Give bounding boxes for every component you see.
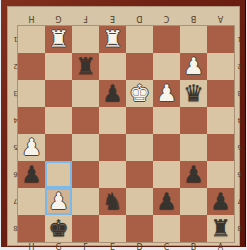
square-e7[interactable]: ♞ bbox=[99, 188, 126, 215]
rank-label-right-2: 2 bbox=[235, 53, 244, 80]
rank-label-right-8: 8 bbox=[235, 215, 244, 242]
square-h3[interactable] bbox=[18, 80, 45, 107]
square-c1[interactable] bbox=[153, 26, 180, 53]
black-knight[interactable]: ♞ bbox=[102, 188, 123, 215]
square-f3[interactable] bbox=[72, 80, 99, 107]
square-e3[interactable]: ♟ bbox=[99, 80, 126, 107]
rank-label-right-5: 5 bbox=[235, 134, 244, 161]
square-c5[interactable] bbox=[153, 134, 180, 161]
square-e4[interactable] bbox=[99, 107, 126, 134]
file-label-top-e: E bbox=[99, 12, 126, 25]
square-a2[interactable] bbox=[207, 53, 234, 80]
square-e5[interactable] bbox=[99, 134, 126, 161]
rank-label-right-3: 3 bbox=[235, 80, 244, 107]
square-h2[interactable] bbox=[18, 53, 45, 80]
square-h1[interactable] bbox=[18, 26, 45, 53]
black-pawn[interactable]: ♟ bbox=[156, 188, 177, 215]
square-c8[interactable] bbox=[153, 215, 180, 242]
square-b1[interactable] bbox=[180, 26, 207, 53]
file-label-top-a: A bbox=[207, 12, 234, 25]
square-c6[interactable] bbox=[153, 161, 180, 188]
chess-board: ♜♜♜♟♟♚♟♛♟♟♟♟♞♟♟♚♜ bbox=[18, 26, 234, 242]
square-b4[interactable] bbox=[180, 107, 207, 134]
board-panel: HGFEDCBA HGFEDCBA 12345678 12345678 ♜♜♜♟… bbox=[7, 6, 240, 246]
square-g2[interactable] bbox=[45, 53, 72, 80]
page-background: HGFEDCBA HGFEDCBA 12345678 12345678 ♜♜♜♟… bbox=[0, 0, 247, 250]
square-g6[interactable] bbox=[45, 161, 72, 188]
file-label-top-b: B bbox=[180, 12, 207, 25]
square-h7[interactable] bbox=[18, 188, 45, 215]
square-a7[interactable]: ♟ bbox=[207, 188, 234, 215]
square-d8[interactable] bbox=[126, 215, 153, 242]
white-rook[interactable]: ♜ bbox=[102, 26, 123, 53]
rank-label-right-6: 6 bbox=[235, 161, 244, 188]
white-pawn[interactable]: ♟ bbox=[156, 80, 177, 107]
file-label-bottom-g: G bbox=[45, 242, 72, 250]
square-g7[interactable]: ♟ bbox=[45, 188, 72, 215]
white-pawn[interactable]: ♟ bbox=[21, 134, 42, 161]
square-f4[interactable] bbox=[72, 107, 99, 134]
black-queen[interactable]: ♛ bbox=[183, 80, 204, 107]
file-label-bottom-b: B bbox=[180, 242, 207, 250]
white-pawn[interactable]: ♟ bbox=[183, 53, 204, 80]
black-rook[interactable]: ♜ bbox=[210, 215, 231, 242]
square-f2[interactable]: ♜ bbox=[72, 53, 99, 80]
square-e8[interactable] bbox=[99, 215, 126, 242]
rank-labels-right: 12345678 bbox=[235, 26, 244, 242]
file-label-top-f: F bbox=[72, 12, 99, 25]
rank-label-right-4: 4 bbox=[235, 107, 244, 134]
square-b5[interactable] bbox=[180, 134, 207, 161]
square-a8[interactable]: ♜ bbox=[207, 215, 234, 242]
square-d3[interactable]: ♚ bbox=[126, 80, 153, 107]
square-b2[interactable]: ♟ bbox=[180, 53, 207, 80]
file-label-bottom-d: D bbox=[126, 242, 153, 250]
square-f5[interactable] bbox=[72, 134, 99, 161]
file-labels-top: HGFEDCBA bbox=[18, 12, 234, 25]
square-c7[interactable]: ♟ bbox=[153, 188, 180, 215]
rank-label-right-7: 7 bbox=[235, 188, 244, 215]
square-d5[interactable] bbox=[126, 134, 153, 161]
file-label-top-d: D bbox=[126, 12, 153, 25]
file-label-bottom-c: C bbox=[153, 242, 180, 250]
square-a4[interactable] bbox=[207, 107, 234, 134]
square-d4[interactable] bbox=[126, 107, 153, 134]
square-d2[interactable] bbox=[126, 53, 153, 80]
square-g5[interactable] bbox=[45, 134, 72, 161]
square-c4[interactable] bbox=[153, 107, 180, 134]
square-c3[interactable]: ♟ bbox=[153, 80, 180, 107]
square-h5[interactable]: ♟ bbox=[18, 134, 45, 161]
black-pawn[interactable]: ♟ bbox=[210, 188, 231, 215]
file-label-top-g: G bbox=[45, 12, 72, 25]
square-g1[interactable]: ♜ bbox=[45, 26, 72, 53]
square-g4[interactable] bbox=[45, 107, 72, 134]
square-b7[interactable] bbox=[180, 188, 207, 215]
square-a3[interactable] bbox=[207, 80, 234, 107]
black-pawn[interactable]: ♟ bbox=[102, 80, 123, 107]
white-rook[interactable]: ♜ bbox=[48, 26, 69, 53]
file-label-top-h: H bbox=[18, 12, 45, 25]
square-e6[interactable] bbox=[99, 161, 126, 188]
square-b8[interactable] bbox=[180, 215, 207, 242]
white-pawn[interactable]: ♟ bbox=[48, 188, 69, 215]
square-b6[interactable]: ♟ bbox=[180, 161, 207, 188]
square-d7[interactable] bbox=[126, 188, 153, 215]
square-a6[interactable] bbox=[207, 161, 234, 188]
black-rook[interactable]: ♜ bbox=[75, 53, 96, 80]
rank-label-right-1: 1 bbox=[235, 26, 244, 53]
square-e2[interactable] bbox=[99, 53, 126, 80]
file-label-bottom-f: F bbox=[72, 242, 99, 250]
square-d6[interactable] bbox=[126, 161, 153, 188]
square-b3[interactable]: ♛ bbox=[180, 80, 207, 107]
white-king[interactable]: ♚ bbox=[129, 80, 150, 107]
file-label-bottom-a: A bbox=[207, 242, 234, 250]
board-frame: HGFEDCBA HGFEDCBA 12345678 12345678 ♜♜♜♟… bbox=[1, 0, 246, 247]
square-h8[interactable] bbox=[18, 215, 45, 242]
file-labels-bottom: HGFEDCBA bbox=[18, 242, 234, 250]
square-h6[interactable]: ♟ bbox=[18, 161, 45, 188]
square-d1[interactable] bbox=[126, 26, 153, 53]
square-g8[interactable]: ♚ bbox=[45, 215, 72, 242]
square-a5[interactable] bbox=[207, 134, 234, 161]
square-e1[interactable]: ♜ bbox=[99, 26, 126, 53]
black-pawn[interactable]: ♟ bbox=[21, 161, 42, 188]
file-label-top-c: C bbox=[153, 12, 180, 25]
file-label-bottom-h: H bbox=[18, 242, 45, 250]
square-h4[interactable] bbox=[18, 107, 45, 134]
file-label-bottom-e: E bbox=[99, 242, 126, 250]
square-f7[interactable] bbox=[72, 188, 99, 215]
square-f6[interactable] bbox=[72, 161, 99, 188]
square-a1[interactable] bbox=[207, 26, 234, 53]
black-pawn[interactable]: ♟ bbox=[183, 161, 204, 188]
square-g3[interactable] bbox=[45, 80, 72, 107]
square-f8[interactable] bbox=[72, 215, 99, 242]
square-f1[interactable] bbox=[72, 26, 99, 53]
square-c2[interactable] bbox=[153, 53, 180, 80]
black-king[interactable]: ♚ bbox=[48, 215, 69, 242]
